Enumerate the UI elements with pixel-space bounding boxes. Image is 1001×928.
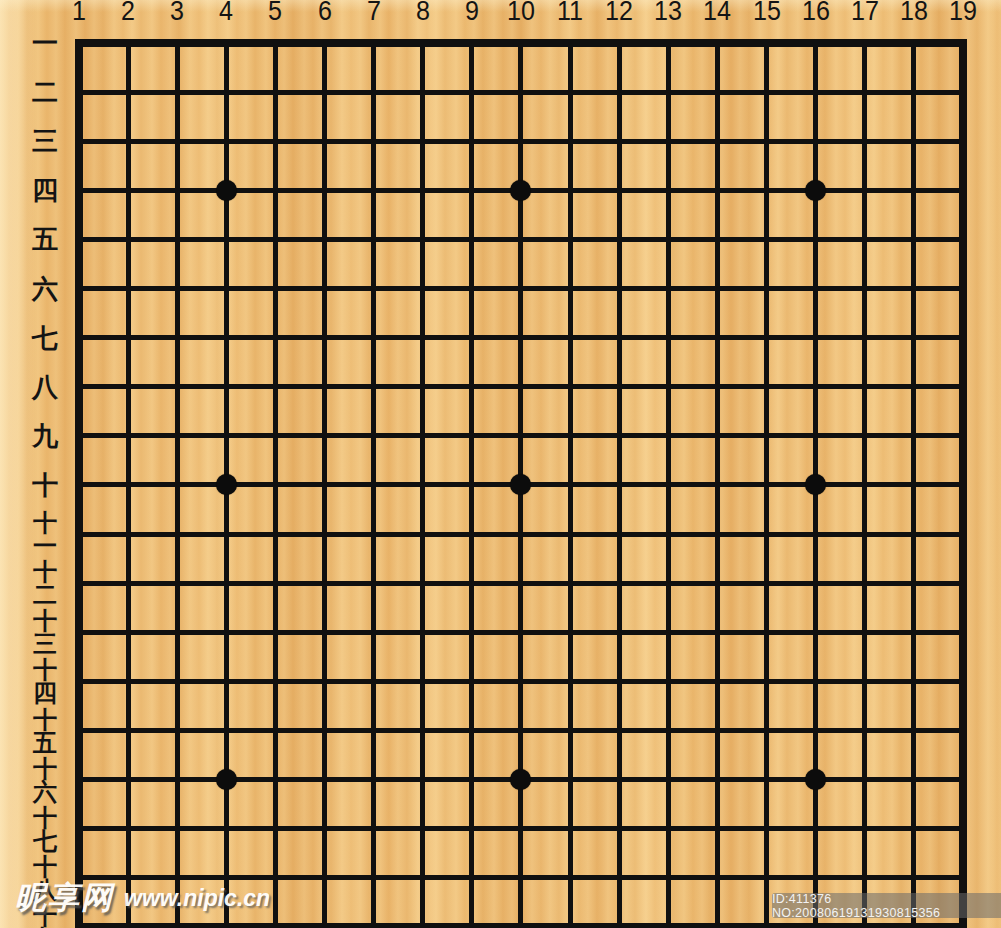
row-label: 十七 — [22, 806, 68, 852]
column-label: 17 — [841, 0, 889, 28]
watermark: 昵享网 www.nipic.cn — [15, 878, 270, 918]
column-label: 1 — [55, 0, 103, 28]
grid-line-vertical — [568, 39, 573, 928]
row-label-char: 六 — [22, 780, 68, 803]
column-label: 3 — [153, 0, 201, 28]
row-label: 十一 — [22, 511, 68, 557]
row-label: 十 — [22, 471, 68, 499]
row-label: 九 — [22, 422, 68, 450]
grid-line-vertical — [911, 39, 916, 928]
column-label: 4 — [202, 0, 250, 28]
row-label: 六 — [22, 275, 68, 303]
column-label: 8 — [399, 0, 447, 28]
row-label: 五 — [22, 225, 68, 253]
column-label: 11 — [546, 0, 594, 28]
row-label: 一 — [22, 29, 68, 57]
row-label: 十二 — [22, 560, 68, 606]
row-label: 七 — [22, 324, 68, 352]
star-point — [805, 474, 826, 495]
row-label-char: 二 — [22, 583, 68, 606]
grid-line-vertical — [617, 39, 622, 928]
row-label-char: 五 — [22, 731, 68, 754]
go-board-image: 12345678910111213141516171819一二三四五六七八九十十… — [0, 0, 1001, 928]
star-point — [216, 474, 237, 495]
row-label: 八 — [22, 373, 68, 401]
row-label: 四 — [22, 176, 68, 204]
image-id-badge: ID:411376 NO:20080619131930815356 — [772, 893, 1001, 918]
grid-line-horizontal — [75, 581, 966, 586]
image-id-text: ID:411376 NO:20080619131930815356 — [772, 892, 1001, 920]
grid-line-horizontal — [75, 728, 966, 733]
star-point — [510, 474, 531, 495]
column-label: 13 — [644, 0, 692, 28]
row-label-char: 四 — [22, 681, 68, 704]
column-label: 18 — [890, 0, 938, 28]
grid-line-horizontal — [75, 679, 966, 684]
grid-line-horizontal — [75, 826, 966, 831]
column-label: 2 — [104, 0, 152, 28]
row-label-char: 三 — [22, 632, 68, 655]
star-point — [510, 769, 531, 790]
row-label: 二 — [22, 78, 68, 106]
column-label: 7 — [349, 0, 397, 28]
column-label: 19 — [939, 0, 987, 28]
row-label: 十六 — [22, 757, 68, 803]
column-label: 15 — [742, 0, 790, 28]
watermark-url: www.nipic.cn — [124, 885, 270, 912]
row-label: 十四 — [22, 658, 68, 704]
row-label: 十三 — [22, 609, 68, 655]
column-label: 16 — [791, 0, 839, 28]
row-label: 十五 — [22, 708, 68, 754]
grid-line-horizontal — [75, 923, 966, 928]
column-label: 10 — [497, 0, 545, 28]
grid-line-horizontal — [75, 630, 966, 635]
grid-line-horizontal — [75, 532, 966, 537]
grid-line-vertical — [666, 39, 671, 928]
star-point — [805, 769, 826, 790]
column-label: 5 — [251, 0, 299, 28]
column-label: 14 — [693, 0, 741, 28]
watermark-logo: 昵享网 — [15, 877, 114, 919]
column-label: 9 — [448, 0, 496, 28]
column-label: 12 — [595, 0, 643, 28]
grid-line-vertical — [959, 39, 967, 928]
star-point — [216, 769, 237, 790]
star-point — [510, 180, 531, 201]
grid-line-vertical — [862, 39, 867, 928]
grid-line-vertical — [764, 39, 769, 928]
row-label: 三 — [22, 127, 68, 155]
column-label: 6 — [300, 0, 348, 28]
row-label-char: 一 — [22, 534, 68, 557]
grid-line-vertical — [715, 39, 720, 928]
star-point — [805, 180, 826, 201]
star-point — [216, 180, 237, 201]
row-label-char: 七 — [22, 829, 68, 852]
